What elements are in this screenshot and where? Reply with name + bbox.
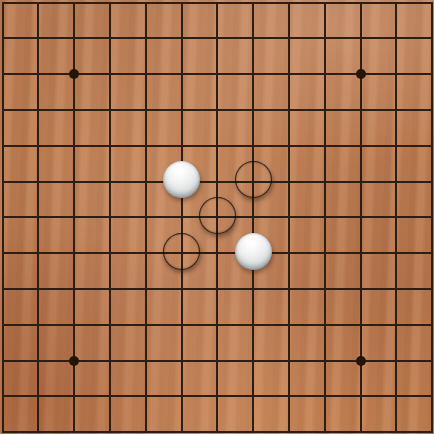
- star-point: [69, 69, 79, 79]
- black-stone: [235, 161, 272, 198]
- grid-line-vertical: [395, 2, 397, 434]
- star-point: [69, 356, 79, 366]
- grid-line-horizontal: [2, 288, 434, 290]
- white-stone: [235, 233, 272, 270]
- grid-line-horizontal: [2, 360, 434, 362]
- grid-line-vertical: [252, 2, 254, 434]
- star-point: [356, 356, 366, 366]
- black-stone: [199, 197, 236, 234]
- grid-line-vertical: [360, 2, 362, 434]
- star-point: [356, 69, 366, 79]
- grid-line-vertical: [288, 2, 290, 434]
- black-stone: [163, 233, 200, 270]
- grid-line-horizontal: [2, 395, 434, 397]
- go-board[interactable]: [0, 0, 434, 434]
- grid-line-vertical: [431, 2, 433, 434]
- grid-line-horizontal: [2, 324, 434, 326]
- grid-line-vertical: [324, 2, 326, 434]
- grid-line-horizontal: [2, 252, 434, 254]
- white-stone: [163, 161, 200, 198]
- grid-line-horizontal: [2, 431, 434, 433]
